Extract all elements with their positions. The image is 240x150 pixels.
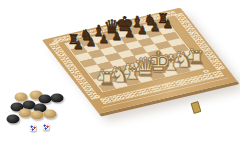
die[interactable]	[43, 124, 50, 131]
piece-black-pawn[interactable]: ♟	[137, 25, 147, 37]
tan-checker-piece[interactable]	[44, 110, 57, 119]
piece-black-pawn[interactable]: ♟	[124, 28, 134, 40]
black-checker-piece[interactable]	[39, 95, 52, 104]
black-checker-piece[interactable]	[51, 94, 64, 103]
die[interactable]	[30, 125, 37, 132]
piece-white-rook[interactable]: ♜	[99, 70, 116, 89]
piece-black-pawn[interactable]: ♟	[73, 40, 83, 52]
piece-black-pawn[interactable]: ♟	[111, 31, 121, 43]
chess-set-photo: ✿✿✿✿ ♜♞♝♛♚♝♞♜♟♟♟♟♟♟♟♟♟♟♟♟♟♟♟♟♜♞♝♛♚♝♞♜	[0, 0, 240, 150]
tan-checker-piece[interactable]	[19, 109, 32, 118]
tan-checker-piece[interactable]	[31, 111, 44, 120]
piece-black-pawn[interactable]: ♟	[99, 34, 109, 46]
black-checker-piece[interactable]	[7, 115, 20, 124]
piece-black-pawn[interactable]: ♟	[86, 37, 96, 49]
piece-black-pawn[interactable]: ♟	[163, 19, 173, 31]
piece-black-pawn[interactable]: ♟	[150, 22, 160, 34]
box-clasp	[191, 101, 202, 114]
